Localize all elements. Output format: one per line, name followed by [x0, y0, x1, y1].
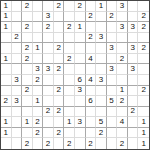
- empty-cell-r13c9[interactable]: [86, 128, 97, 139]
- clue-cell-r14c9: 2: [86, 138, 97, 149]
- empty-cell-r8c11[interactable]: [107, 75, 118, 86]
- clue-cell-r13c14: 1: [138, 128, 149, 139]
- clue-cell-r1c3: 2: [22, 1, 33, 12]
- clue-cell-r10c9: 6: [86, 96, 97, 107]
- empty-cell-r6c14[interactable]: [138, 54, 149, 65]
- empty-cell-r12c13[interactable]: [128, 117, 139, 128]
- clue-cell-r9c14: 2: [138, 86, 149, 97]
- clue-cell-r9c6: 2: [54, 86, 65, 97]
- empty-cell-r10c7[interactable]: [64, 96, 75, 107]
- empty-cell-r4c6[interactable]: [54, 33, 65, 44]
- clue-cell-r7c6: 2: [54, 64, 65, 75]
- empty-cell-r8c6[interactable]: [54, 75, 65, 86]
- empty-cell-r11c7[interactable]: [64, 107, 75, 118]
- empty-cell-r14c6[interactable]: [54, 138, 65, 149]
- empty-cell-r6c13[interactable]: [128, 54, 139, 65]
- empty-cell-r11c8[interactable]: [75, 107, 86, 118]
- empty-cell-r14c13[interactable]: [128, 138, 139, 149]
- empty-cell-r6c11[interactable]: [107, 54, 118, 65]
- clue-cell-r12c7: 1: [64, 117, 75, 128]
- empty-cell-r4c11[interactable]: [107, 33, 118, 44]
- clue-cell-r2c11: 2: [107, 12, 118, 23]
- empty-cell-r2c2[interactable]: [12, 12, 23, 23]
- empty-cell-r14c4[interactable]: [33, 138, 44, 149]
- empty-cell-r10c13[interactable]: [128, 96, 139, 107]
- clue-cell-r1c1: 1: [1, 1, 12, 12]
- empty-cell-r1c9[interactable]: [86, 1, 97, 12]
- empty-cell-r9c1[interactable]: [1, 86, 12, 97]
- empty-cell-r13c5[interactable]: [43, 128, 54, 139]
- clue-cell-r3c3: 2: [22, 22, 33, 33]
- empty-cell-r10c6[interactable]: [54, 96, 65, 107]
- clue-cell-r3c13: 3: [128, 22, 139, 33]
- clue-cell-r12c3: 1: [22, 117, 33, 128]
- clue-cell-r5c3: 2: [22, 43, 33, 54]
- clue-cell-r2c5: 3: [43, 12, 54, 23]
- clue-cell-r5c6: 2: [54, 43, 65, 54]
- clue-cell-r3c1: 1: [1, 22, 12, 33]
- clue-cell-r12c12: 4: [117, 117, 128, 128]
- empty-cell-r11c4[interactable]: [33, 107, 44, 118]
- clue-cell-r4c2: 2: [12, 33, 23, 44]
- empty-cell-r14c8[interactable]: [75, 138, 86, 149]
- empty-cell-r6c4[interactable]: [33, 54, 44, 65]
- clue-cell-r3c12: 3: [117, 22, 128, 33]
- empty-cell-r8c13[interactable]: [128, 75, 139, 86]
- clue-cell-r3c5: 2: [43, 22, 54, 33]
- clue-cell-r13c6: 2: [54, 128, 65, 139]
- empty-cell-r10c10[interactable]: [96, 96, 107, 107]
- empty-cell-r11c10[interactable]: [96, 107, 107, 118]
- empty-cell-r6c6[interactable]: [54, 54, 65, 65]
- empty-cell-r3c9[interactable]: [86, 22, 97, 33]
- empty-cell-r6c2[interactable]: [12, 54, 23, 65]
- empty-cell-r13c12[interactable]: [117, 128, 128, 139]
- empty-cell-r9c13[interactable]: [128, 86, 139, 97]
- empty-cell-r4c13[interactable]: [128, 33, 139, 44]
- empty-cell-r9c2[interactable]: [12, 86, 23, 97]
- clue-cell-r5c11: 3: [107, 43, 118, 54]
- clue-cell-r2c9: 2: [86, 12, 97, 23]
- empty-cell-r14c11[interactable]: [107, 138, 118, 149]
- empty-cell-r4c5[interactable]: [43, 33, 54, 44]
- empty-cell-r6c5[interactable]: [43, 54, 54, 65]
- clue-cell-r6c3: 2: [22, 54, 33, 65]
- empty-cell-r5c8[interactable]: [75, 43, 86, 54]
- clue-cell-r6c7: 2: [64, 54, 75, 65]
- empty-cell-r8c7[interactable]: [64, 75, 75, 86]
- empty-cell-r5c5[interactable]: [43, 43, 54, 54]
- clue-cell-r12c4: 2: [33, 117, 44, 128]
- clue-cell-r10c4: 1: [33, 96, 44, 107]
- empty-cell-r14c2[interactable]: [12, 138, 23, 149]
- clue-cell-r3c8: 1: [75, 22, 86, 33]
- empty-cell-r7c9[interactable]: [86, 64, 97, 75]
- clue-cell-r7c4: 3: [33, 64, 44, 75]
- clue-cell-r2c14: 2: [138, 12, 149, 23]
- clue-cell-r4c10: 3: [96, 33, 107, 44]
- empty-cell-r1c2[interactable]: [12, 1, 23, 12]
- empty-cell-r5c9[interactable]: [86, 43, 97, 54]
- empty-cell-r10c3[interactable]: [22, 96, 33, 107]
- empty-cell-r13c2[interactable]: [12, 128, 23, 139]
- empty-cell-r12c5[interactable]: [43, 117, 54, 128]
- clue-cell-r12c8: 3: [75, 117, 86, 128]
- clue-cell-r12c1: 1: [1, 117, 12, 128]
- empty-cell-r8c14[interactable]: [138, 75, 149, 86]
- empty-cell-r11c11[interactable]: [107, 107, 118, 118]
- empty-cell-r7c2[interactable]: [12, 64, 23, 75]
- empty-cell-r9c10[interactable]: [96, 86, 107, 97]
- empty-cell-r7c7[interactable]: [64, 64, 75, 75]
- clue-cell-r12c14: 1: [138, 117, 149, 128]
- empty-cell-r3c2[interactable]: [12, 22, 23, 33]
- clue-cell-r2c1: 1: [1, 12, 12, 23]
- clue-cell-r7c13: 3: [128, 64, 139, 75]
- clue-cell-r11c6: 2: [54, 107, 65, 118]
- clue-cell-r10c11: 5: [107, 96, 118, 107]
- empty-cell-r1c13[interactable]: [128, 1, 139, 12]
- clue-cell-r14c14: 1: [138, 138, 149, 149]
- clue-cell-r6c9: 4: [86, 54, 97, 65]
- empty-cell-r4c3[interactable]: [22, 33, 33, 44]
- empty-cell-r8c12[interactable]: [117, 75, 128, 86]
- empty-cell-r13c13[interactable]: [128, 128, 139, 139]
- empty-cell-r2c8[interactable]: [75, 12, 86, 23]
- empty-cell-r5c7[interactable]: [64, 43, 75, 54]
- clue-cell-r8c10: 3: [96, 75, 107, 86]
- empty-cell-r2c6[interactable]: [54, 12, 65, 23]
- clue-cell-r14c12: 2: [117, 138, 128, 149]
- clue-cell-r12c10: 5: [96, 117, 107, 128]
- empty-cell-r5c2[interactable]: [12, 43, 23, 54]
- clue-cell-r11c5: 2: [43, 107, 54, 118]
- empty-cell-r3c11[interactable]: [107, 22, 118, 33]
- empty-cell-r5c10[interactable]: [96, 43, 107, 54]
- empty-cell-r7c3[interactable]: [22, 64, 33, 75]
- clue-cell-r5c14: 2: [138, 43, 149, 54]
- clue-cell-r6c12: 2: [117, 54, 128, 65]
- empty-cell-r8c1[interactable]: [1, 75, 12, 86]
- clue-cell-r14c5: 2: [43, 138, 54, 149]
- clue-cell-r5c13: 3: [128, 43, 139, 54]
- empty-cell-r11c14[interactable]: [138, 107, 149, 118]
- clue-cell-r13c10: 2: [96, 128, 107, 139]
- empty-cell-r2c7[interactable]: [64, 12, 75, 23]
- empty-cell-r11c2[interactable]: [12, 107, 23, 118]
- empty-cell-r13c11[interactable]: [107, 128, 118, 139]
- clue-cell-r8c8: 6: [75, 75, 86, 86]
- empty-cell-r7c8[interactable]: [75, 64, 86, 75]
- empty-cell-r9c5[interactable]: [43, 86, 54, 97]
- empty-cell-r11c1[interactable]: [1, 107, 12, 118]
- empty-cell-r3c10[interactable]: [96, 22, 107, 33]
- clue-cell-r5c4: 1: [33, 43, 44, 54]
- empty-cell-r11c9[interactable]: [86, 107, 97, 118]
- clue-cell-r8c2: 3: [12, 75, 23, 86]
- empty-cell-r10c8[interactable]: [75, 96, 86, 107]
- clue-cell-r8c9: 4: [86, 75, 97, 86]
- empty-cell-r6c8[interactable]: [75, 54, 86, 65]
- empty-cell-r4c1[interactable]: [1, 33, 12, 44]
- clue-cell-r1c10: 1: [96, 1, 107, 12]
- clue-cell-r4c9: 2: [86, 33, 97, 44]
- empty-cell-r9c9[interactable]: [86, 86, 97, 97]
- empty-cell-r14c1[interactable]: [1, 138, 12, 149]
- empty-cell-r4c4[interactable]: [33, 33, 44, 44]
- empty-cell-r5c1[interactable]: [1, 43, 12, 54]
- empty-cell-r12c11[interactable]: [107, 117, 118, 128]
- clue-cell-r14c7: 2: [64, 138, 75, 149]
- clue-cell-r10c2: 3: [12, 96, 23, 107]
- clue-cell-r9c3: 2: [22, 86, 33, 97]
- empty-cell-r12c6[interactable]: [54, 117, 65, 128]
- clue-cell-r11c13: 2: [128, 107, 139, 118]
- empty-cell-r5c12[interactable]: [117, 43, 128, 54]
- empty-cell-r4c7[interactable]: [64, 33, 75, 44]
- clue-cell-r6c1: 1: [1, 54, 12, 65]
- clue-cell-r3c14: 2: [138, 22, 149, 33]
- clue-cell-r9c8: 3: [75, 86, 86, 97]
- clue-cell-r13c1: 1: [1, 128, 12, 139]
- clue-cell-r14c3: 2: [22, 138, 33, 149]
- empty-cell-r4c8[interactable]: [75, 33, 86, 44]
- empty-cell-r7c14[interactable]: [138, 64, 149, 75]
- clue-cell-r3c7: 2: [64, 22, 75, 33]
- empty-cell-r13c7[interactable]: [64, 128, 75, 139]
- empty-cell-r1c5[interactable]: [43, 1, 54, 12]
- empty-cell-r3c4[interactable]: [33, 22, 44, 33]
- empty-cell-r13c8[interactable]: [75, 128, 86, 139]
- empty-cell-r10c5[interactable]: [43, 96, 54, 107]
- empty-cell-r12c9[interactable]: [86, 117, 97, 128]
- clue-cell-r10c12: 2: [117, 96, 128, 107]
- clue-cell-r10c1: 2: [1, 96, 12, 107]
- empty-cell-r9c4[interactable]: [33, 86, 44, 97]
- empty-cell-r1c7[interactable]: [64, 1, 75, 12]
- empty-cell-r2c3[interactable]: [22, 12, 33, 23]
- clue-cell-r9c12: 1: [117, 86, 128, 97]
- empty-cell-r2c4[interactable]: [33, 12, 44, 23]
- empty-cell-r9c11[interactable]: [107, 86, 118, 97]
- clue-cell-r1c12: 3: [117, 1, 128, 12]
- empty-cell-r4c14[interactable]: [138, 33, 149, 44]
- empty-cell-r1c4[interactable]: [33, 1, 44, 12]
- empty-cell-r2c12[interactable]: [117, 12, 128, 23]
- empty-cell-r2c13[interactable]: [128, 12, 139, 23]
- empty-cell-r3c6[interactable]: [54, 22, 65, 33]
- empty-cell-r14c10[interactable]: [96, 138, 107, 149]
- empty-cell-r2c10[interactable]: [96, 12, 107, 23]
- empty-cell-r8c3[interactable]: [22, 75, 33, 86]
- empty-cell-r9c7[interactable]: [64, 86, 75, 97]
- empty-cell-r4c12[interactable]: [117, 33, 128, 44]
- clue-cell-r7c11: 3: [107, 64, 118, 75]
- empty-cell-r11c12[interactable]: [117, 107, 128, 118]
- empty-cell-r11c3[interactable]: [22, 107, 33, 118]
- empty-cell-r7c1[interactable]: [1, 64, 12, 75]
- empty-cell-r10c14[interactable]: [138, 96, 149, 107]
- puzzle-board: 1222131322212221332223212332122423323332…: [0, 0, 150, 150]
- empty-cell-r1c11[interactable]: [107, 1, 118, 12]
- empty-cell-r8c5[interactable]: [43, 75, 54, 86]
- empty-cell-r6c10[interactable]: [96, 54, 107, 65]
- empty-cell-r1c14[interactable]: [138, 1, 149, 12]
- clue-cell-r13c4: 2: [33, 128, 44, 139]
- empty-cell-r7c12[interactable]: [117, 64, 128, 75]
- clue-cell-r8c4: 2: [33, 75, 44, 86]
- clue-cell-r1c8: 2: [75, 1, 86, 12]
- empty-cell-r12c2[interactable]: [12, 117, 23, 128]
- empty-cell-r7c10[interactable]: [96, 64, 107, 75]
- empty-cell-r13c3[interactable]: [22, 128, 33, 139]
- clue-cell-r1c6: 2: [54, 1, 65, 12]
- clue-cell-r7c5: 3: [43, 64, 54, 75]
